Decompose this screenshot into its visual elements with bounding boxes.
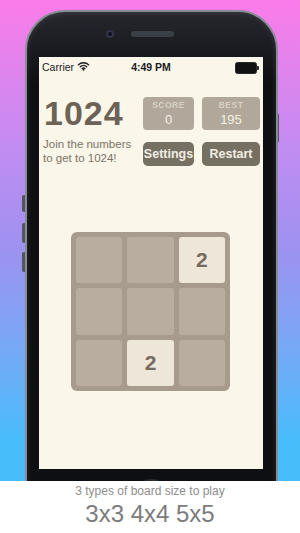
app-store-screenshot: Carrier 4:49 PM <box>0 0 300 533</box>
best-box: BEST 195 <box>202 97 260 130</box>
settings-button[interactable]: Settings <box>143 142 194 166</box>
board-cell <box>76 340 122 386</box>
iphone-frame: Carrier 4:49 PM <box>25 10 278 481</box>
app-subtitle: Join the numbers to get to 1024! <box>43 137 131 165</box>
game-board-grid[interactable]: 22 <box>71 232 230 391</box>
caption-headline: 3x3 4x4 5x5 <box>0 499 300 529</box>
board-cell <box>127 288 173 334</box>
clock: 4:49 PM <box>39 61 263 73</box>
caption-subtext: 3 types of board size to play <box>0 484 300 499</box>
board-cell <box>179 340 225 386</box>
tile-2: 2 <box>127 340 173 386</box>
score-box: SCORE 0 <box>143 97 194 130</box>
app-screen: Carrier 4:49 PM <box>39 57 263 469</box>
board-cell: 2 <box>179 237 225 283</box>
status-bar: Carrier 4:49 PM <box>39 57 263 77</box>
subtitle-line1: Join the numbers <box>43 138 131 150</box>
earpiece-speaker-icon <box>131 31 174 37</box>
score-value: 0 <box>165 112 172 127</box>
board-cell <box>76 288 122 334</box>
score-label: SCORE <box>152 100 185 110</box>
gradient-background: Carrier 4:49 PM <box>0 0 300 481</box>
board-cell <box>76 237 122 283</box>
board-cell <box>179 288 225 334</box>
best-value: 195 <box>220 112 242 127</box>
restart-button[interactable]: Restart <box>202 142 260 166</box>
front-camera-icon <box>106 30 114 38</box>
subtitle-line2: to get to 1024! <box>43 152 117 164</box>
caption-band: 3 types of board size to play 3x3 4x4 5x… <box>0 481 300 533</box>
tile-2: 2 <box>179 237 225 283</box>
best-label: BEST <box>219 100 244 110</box>
page-title: 1024 <box>44 94 124 133</box>
header-controls: SCORE 0 BEST 195 Settings Restart <box>143 97 260 166</box>
battery-full-icon <box>235 62 257 74</box>
board-cell: 2 <box>127 340 173 386</box>
board-cell <box>127 237 173 283</box>
